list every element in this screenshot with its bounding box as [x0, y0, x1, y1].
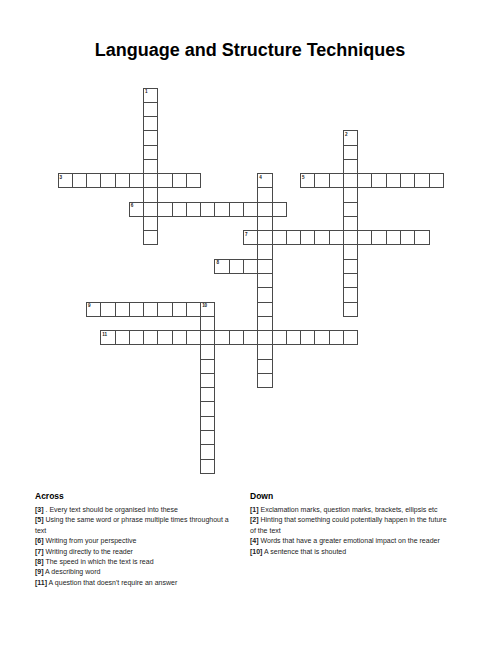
- grid-cell[interactable]: [200, 330, 215, 345]
- grid-cell[interactable]: [72, 173, 87, 188]
- grid-cell[interactable]: [257, 302, 272, 317]
- grid-cell[interactable]: [143, 216, 158, 231]
- down-clues-column: Down [1] Exclamation marks, question mar…: [250, 491, 450, 557]
- grid-cell[interactable]: [257, 287, 272, 302]
- grid-cell[interactable]: [129, 173, 144, 188]
- grid-cell[interactable]: [257, 273, 272, 288]
- grid-cell[interactable]: 3: [58, 173, 73, 188]
- grid-cell[interactable]: [86, 173, 101, 188]
- grid-cell[interactable]: [115, 302, 130, 317]
- grid-cell[interactable]: [129, 330, 144, 345]
- grid-cell[interactable]: [386, 230, 401, 245]
- grid-cell[interactable]: [229, 330, 244, 345]
- grid-cell[interactable]: [200, 444, 215, 459]
- grid-cell[interactable]: [243, 330, 258, 345]
- grid-cell[interactable]: [186, 330, 201, 345]
- grid-cell[interactable]: [143, 202, 158, 217]
- grid-cell[interactable]: [143, 302, 158, 317]
- grid-cell[interactable]: [257, 259, 272, 274]
- grid-cell[interactable]: [343, 273, 358, 288]
- grid-cell[interactable]: [143, 330, 158, 345]
- grid-cell[interactable]: [343, 145, 358, 160]
- down-clue-4: [4] Words that have a greater emotional …: [250, 536, 450, 546]
- grid-cell[interactable]: [100, 302, 115, 317]
- grid-cell[interactable]: [157, 302, 172, 317]
- grid-cell[interactable]: [400, 230, 415, 245]
- down-header: Down: [250, 491, 450, 501]
- grid-cell[interactable]: [343, 259, 358, 274]
- grid-cell[interactable]: [214, 330, 229, 345]
- grid-cell[interactable]: [257, 216, 272, 231]
- grid-cell[interactable]: [286, 330, 301, 345]
- puzzle-title: Language and Structure Techniques: [0, 40, 500, 61]
- grid-cell[interactable]: [143, 102, 158, 117]
- grid-cell[interactable]: [357, 230, 372, 245]
- across-clue-list: [3] . Every text should be organised int…: [35, 505, 231, 588]
- grid-cell[interactable]: [371, 230, 386, 245]
- clue-number: [10]: [250, 548, 262, 555]
- grid-cell[interactable]: [257, 202, 272, 217]
- down-clue-2: [2] Hinting that something could potenti…: [250, 515, 450, 536]
- grid-cell[interactable]: [200, 344, 215, 359]
- grid-cell[interactable]: [386, 173, 401, 188]
- grid-cell[interactable]: [200, 387, 215, 402]
- down-clue-1: [1] Exclamation marks, question marks, b…: [250, 505, 450, 515]
- cell-number: 5: [302, 175, 304, 180]
- grid-cell[interactable]: [300, 230, 315, 245]
- grid-cell[interactable]: 7: [243, 230, 258, 245]
- grid-cell[interactable]: [143, 145, 158, 160]
- grid-cell[interactable]: 6: [129, 202, 144, 217]
- grid-cell[interactable]: [200, 202, 215, 217]
- grid-cell[interactable]: [157, 202, 172, 217]
- grid-cell[interactable]: [371, 173, 386, 188]
- grid-cell[interactable]: [143, 159, 158, 174]
- cell-number: 4: [259, 175, 261, 180]
- clue-number: [2]: [250, 516, 259, 523]
- across-clue-3: [3] . Every text should be organised int…: [35, 505, 231, 515]
- grid-cell[interactable]: 1: [143, 88, 158, 103]
- across-clue-8: [8] The speed in which the text is read: [35, 557, 231, 567]
- grid-cell[interactable]: [414, 173, 429, 188]
- grid-cell[interactable]: [272, 202, 287, 217]
- grid-cell[interactable]: [129, 302, 144, 317]
- across-clue-11: [11] A question that doesn't require an …: [35, 578, 231, 588]
- clue-number: [1]: [250, 506, 259, 513]
- grid-cell[interactable]: 8: [214, 259, 229, 274]
- clue-number: [4]: [250, 537, 259, 544]
- across-clue-9: [9] A describing word: [35, 567, 231, 577]
- grid-cell[interactable]: [257, 330, 272, 345]
- grid-cell[interactable]: 4: [257, 173, 272, 188]
- clue-number: [3]: [35, 506, 44, 513]
- grid-cell[interactable]: [172, 302, 187, 317]
- grid-cell[interactable]: [343, 287, 358, 302]
- clue-number: [6]: [35, 537, 44, 544]
- grid-cell[interactable]: [343, 187, 358, 202]
- grid-cell[interactable]: [343, 202, 358, 217]
- cell-number: 10: [202, 303, 207, 308]
- cell-number: 11: [102, 332, 106, 337]
- grid-cell[interactable]: [414, 230, 429, 245]
- grid-cell[interactable]: [300, 330, 315, 345]
- cell-number: 8: [216, 260, 218, 265]
- grid-cell[interactable]: [186, 202, 201, 217]
- grid-cell[interactable]: [329, 330, 344, 345]
- grid-cell[interactable]: [157, 330, 172, 345]
- across-clue-6: [6] Writing from your perspective: [35, 536, 231, 546]
- grid-cell[interactable]: [214, 202, 229, 217]
- grid-cell[interactable]: [343, 244, 358, 259]
- grid-cell[interactable]: [329, 230, 344, 245]
- across-header: Across: [35, 491, 231, 501]
- grid-cell[interactable]: [115, 330, 130, 345]
- grid-cell[interactable]: [343, 330, 358, 345]
- clue-number: [9]: [35, 568, 44, 575]
- grid-cell[interactable]: [257, 344, 272, 359]
- grid-cell[interactable]: [429, 173, 444, 188]
- grid-cell[interactable]: [200, 430, 215, 445]
- down-clue-list: [1] Exclamation marks, question marks, b…: [250, 505, 450, 557]
- grid-cell[interactable]: [200, 416, 215, 431]
- grid-cell[interactable]: [343, 173, 358, 188]
- grid-cell[interactable]: [172, 202, 187, 217]
- grid-cell[interactable]: [200, 359, 215, 374]
- grid-cell[interactable]: [329, 173, 344, 188]
- grid-cell[interactable]: [143, 130, 158, 145]
- grid-cell[interactable]: [400, 173, 415, 188]
- grid-cell[interactable]: [243, 259, 258, 274]
- grid-cell[interactable]: [257, 187, 272, 202]
- grid-cell[interactable]: [200, 459, 215, 474]
- grid-cell[interactable]: [314, 330, 329, 345]
- grid-cell[interactable]: [357, 173, 372, 188]
- grid-cell[interactable]: [115, 173, 130, 188]
- grid-cell[interactable]: [257, 230, 272, 245]
- clue-number: [11]: [35, 579, 47, 586]
- grid-cell[interactable]: [100, 173, 115, 188]
- grid-cell[interactable]: [343, 302, 358, 317]
- grid-cell[interactable]: [143, 173, 158, 188]
- grid-cell[interactable]: [314, 230, 329, 245]
- across-clue-5: [5] Using the same word or phrase multip…: [35, 515, 231, 536]
- grid-cell[interactable]: 10: [200, 302, 215, 317]
- grid-cell[interactable]: [143, 116, 158, 131]
- cell-number: 3: [60, 175, 62, 180]
- clue-number: [5]: [35, 516, 44, 523]
- grid-cell[interactable]: [143, 230, 158, 245]
- grid-cell[interactable]: 9: [86, 302, 101, 317]
- grid-cell[interactable]: [229, 202, 244, 217]
- cell-number: 9: [88, 303, 90, 308]
- grid-cell[interactable]: [343, 159, 358, 174]
- grid-cell[interactable]: [257, 373, 272, 388]
- grid-cell[interactable]: [186, 302, 201, 317]
- grid-cell[interactable]: [257, 244, 272, 259]
- grid-cell[interactable]: 5: [300, 173, 315, 188]
- grid-cell[interactable]: [200, 401, 215, 416]
- grid-cell[interactable]: [186, 173, 201, 188]
- grid-cell[interactable]: [314, 173, 329, 188]
- grid-cell[interactable]: [229, 259, 244, 274]
- clue-number: [7]: [35, 548, 44, 555]
- crossword-grid: 1234567891011: [58, 88, 445, 475]
- grid-cell[interactable]: [257, 359, 272, 374]
- grid-cell[interactable]: [157, 173, 172, 188]
- across-clue-7: [7] Writing directly to the reader: [35, 547, 231, 557]
- grid-cell[interactable]: 2: [343, 130, 358, 145]
- grid-cell[interactable]: 11: [100, 330, 115, 345]
- grid-cell[interactable]: [200, 316, 215, 331]
- grid-cell[interactable]: [143, 187, 158, 202]
- cell-number: 6: [131, 203, 133, 208]
- grid-cell[interactable]: [243, 202, 258, 217]
- across-clues-column: Across [3] . Every text should be organi…: [35, 491, 231, 588]
- cell-number: 1: [145, 89, 147, 94]
- grid-cell[interactable]: [286, 230, 301, 245]
- grid-cell[interactable]: [272, 230, 287, 245]
- cell-number: 7: [245, 232, 247, 237]
- grid-cell[interactable]: [200, 373, 215, 388]
- clue-number: [8]: [35, 558, 44, 565]
- down-clue-10: [10] A sentence that is shouted: [250, 547, 450, 557]
- grid-cell[interactable]: [343, 230, 358, 245]
- grid-cell[interactable]: [257, 316, 272, 331]
- grid-cell[interactable]: [172, 173, 187, 188]
- grid-cell[interactable]: [343, 216, 358, 231]
- cell-number: 2: [345, 132, 347, 137]
- grid-cell[interactable]: [172, 330, 187, 345]
- grid-cell[interactable]: [272, 330, 287, 345]
